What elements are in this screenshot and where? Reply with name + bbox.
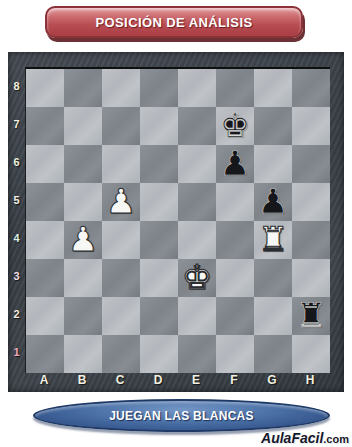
square-e7 [178, 107, 216, 145]
square-d3 [140, 259, 178, 297]
square-f8 [216, 69, 254, 107]
file-label-g: G [253, 371, 291, 389]
watermark-name: AulaFacil [261, 430, 323, 446]
square-c4 [102, 221, 140, 259]
square-g5: ♟ [254, 183, 292, 221]
square-d7 [140, 107, 178, 145]
square-h3 [292, 259, 330, 297]
rank-label-2: 2 [8, 295, 25, 333]
file-label-b: B [63, 371, 101, 389]
white-rook-icon: ♜ [258, 222, 288, 256]
square-h1 [292, 335, 330, 373]
square-c5: ♟ [102, 183, 140, 221]
square-b1 [64, 335, 102, 373]
rank-label-4: 4 [8, 219, 25, 257]
rank-label-8: 8 [8, 67, 25, 105]
square-a5 [26, 183, 64, 221]
square-e4 [178, 221, 216, 259]
square-f7: ♚ [216, 107, 254, 145]
square-h7 [292, 107, 330, 145]
square-h5 [292, 183, 330, 221]
square-h4 [292, 221, 330, 259]
rank-label-3: 3 [8, 257, 25, 295]
square-e5 [178, 183, 216, 221]
square-g7 [254, 107, 292, 145]
white-king-icon: ♚ [182, 260, 212, 294]
square-g6 [254, 145, 292, 183]
square-a8 [26, 69, 64, 107]
square-d2 [140, 297, 178, 335]
square-a4 [26, 221, 64, 259]
square-c7 [102, 107, 140, 145]
rank-label-1: 1 [8, 333, 25, 371]
side-to-move-label: JUEGAN LAS BLANCAS [109, 409, 254, 423]
rank-label-7: 7 [8, 105, 25, 143]
white-pawn-icon: ♟ [68, 222, 98, 256]
file-label-d: D [139, 371, 177, 389]
black-pawn-icon: ♟ [258, 184, 288, 218]
square-a7 [26, 107, 64, 145]
square-h2: ♜ [292, 297, 330, 335]
watermark-tld: .com [323, 433, 349, 445]
square-d6 [140, 145, 178, 183]
square-g1 [254, 335, 292, 373]
square-c2 [102, 297, 140, 335]
square-f2 [216, 297, 254, 335]
square-h8 [292, 69, 330, 107]
square-c3 [102, 259, 140, 297]
square-f5 [216, 183, 254, 221]
square-e2 [178, 297, 216, 335]
square-h6 [292, 145, 330, 183]
square-c8 [102, 69, 140, 107]
square-b7 [64, 107, 102, 145]
rank-labels: 87654321 [8, 67, 25, 371]
square-e3: ♚ [178, 259, 216, 297]
square-g4: ♜ [254, 221, 292, 259]
square-a6 [26, 145, 64, 183]
file-label-f: F [215, 371, 253, 389]
square-e8 [178, 69, 216, 107]
square-f3 [216, 259, 254, 297]
white-pawn-icon: ♟ [106, 184, 136, 218]
square-g2 [254, 297, 292, 335]
black-pawn-icon: ♟ [220, 146, 250, 180]
file-label-a: A [25, 371, 63, 389]
file-label-c: C [101, 371, 139, 389]
title-banner[interactable]: POSICIÓN DE ANÁLISIS [45, 6, 303, 38]
page-title: POSICIÓN DE ANÁLISIS [95, 15, 252, 30]
side-to-move-banner[interactable]: JUEGAN LAS BLANCAS [33, 399, 330, 432]
square-g3 [254, 259, 292, 297]
square-a3 [26, 259, 64, 297]
square-d4 [140, 221, 178, 259]
square-f6: ♟ [216, 145, 254, 183]
square-e6 [178, 145, 216, 183]
square-f4 [216, 221, 254, 259]
file-label-e: E [177, 371, 215, 389]
square-b5 [64, 183, 102, 221]
rank-label-6: 6 [8, 143, 25, 181]
rank-label-5: 5 [8, 181, 25, 219]
chess-board: ♚♟♟♟♟♜♚♜ [25, 67, 330, 373]
square-e1 [178, 335, 216, 373]
square-c6 [102, 145, 140, 183]
square-d8 [140, 69, 178, 107]
square-a1 [26, 335, 64, 373]
square-b3 [64, 259, 102, 297]
chess-board-frame: 87654321 ♚♟♟♟♟♜♚♜ ABCDEFGH [8, 52, 344, 392]
square-d5 [140, 183, 178, 221]
square-b4: ♟ [64, 221, 102, 259]
square-c1 [102, 335, 140, 373]
analysis-diagram: POSICIÓN DE ANÁLISIS 87654321 ♚♟♟♟♟♜♚♜ A… [0, 0, 352, 447]
black-rook-icon: ♜ [296, 298, 326, 332]
square-g8 [254, 69, 292, 107]
square-d1 [140, 335, 178, 373]
black-king-icon: ♚ [220, 108, 250, 142]
square-a2 [26, 297, 64, 335]
square-b2 [64, 297, 102, 335]
watermark: AulaFacil.com [261, 429, 349, 447]
square-b8 [64, 69, 102, 107]
square-f1 [216, 335, 254, 373]
file-labels: ABCDEFGH [25, 371, 329, 389]
file-label-h: H [291, 371, 329, 389]
square-b6 [64, 145, 102, 183]
